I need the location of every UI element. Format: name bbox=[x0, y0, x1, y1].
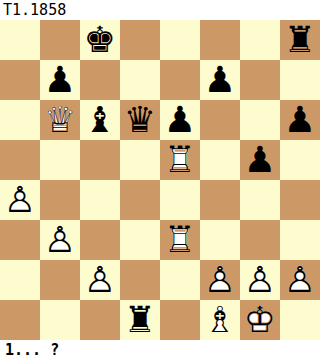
square-a1[interactable] bbox=[0, 300, 40, 340]
piece-black-king: ♚ bbox=[80, 20, 120, 60]
piece-white-queen: ♛ bbox=[40, 100, 80, 140]
square-g1[interactable]: ♚♔ bbox=[240, 300, 280, 340]
piece-white-king-outline: ♔ bbox=[240, 300, 280, 340]
square-e1[interactable] bbox=[160, 300, 200, 340]
square-b7[interactable]: ♟ bbox=[40, 60, 80, 100]
piece-white-pawn-outline: ♙ bbox=[0, 180, 40, 220]
square-f5[interactable] bbox=[200, 140, 240, 180]
piece-black-queen: ♛ bbox=[120, 100, 160, 140]
footer-bar: 1... ? bbox=[0, 340, 320, 360]
square-a8[interactable] bbox=[0, 20, 40, 60]
piece-white-pawn: ♟ bbox=[80, 260, 120, 300]
square-d7[interactable] bbox=[120, 60, 160, 100]
square-g2[interactable]: ♟♙ bbox=[240, 260, 280, 300]
piece-black-pawn: ♟ bbox=[240, 140, 280, 180]
piece-white-pawn: ♟ bbox=[0, 180, 40, 220]
square-b6[interactable]: ♛♕ bbox=[40, 100, 80, 140]
piece-white-pawn-outline: ♙ bbox=[280, 260, 320, 300]
square-d3[interactable] bbox=[120, 220, 160, 260]
square-b5[interactable] bbox=[40, 140, 80, 180]
square-h5[interactable] bbox=[280, 140, 320, 180]
square-a3[interactable] bbox=[0, 220, 40, 260]
square-h2[interactable]: ♟♙ bbox=[280, 260, 320, 300]
piece-white-queen-outline: ♕ bbox=[40, 100, 80, 140]
piece-white-pawn-outline: ♙ bbox=[80, 260, 120, 300]
square-b4[interactable] bbox=[40, 180, 80, 220]
piece-white-pawn-outline: ♙ bbox=[200, 260, 240, 300]
piece-black-pawn: ♟ bbox=[40, 60, 80, 100]
square-e2[interactable] bbox=[160, 260, 200, 300]
square-b3[interactable]: ♟♙ bbox=[40, 220, 80, 260]
square-h8[interactable]: ♜ bbox=[280, 20, 320, 60]
square-c8[interactable]: ♚ bbox=[80, 20, 120, 60]
square-a6[interactable] bbox=[0, 100, 40, 140]
square-e7[interactable] bbox=[160, 60, 200, 100]
square-g4[interactable] bbox=[240, 180, 280, 220]
square-d6[interactable]: ♛ bbox=[120, 100, 160, 140]
piece-black-rook: ♜ bbox=[120, 300, 160, 340]
square-f1[interactable]: ♝♗ bbox=[200, 300, 240, 340]
square-g3[interactable] bbox=[240, 220, 280, 260]
move-prompt: 1... ? bbox=[0, 340, 59, 360]
piece-black-pawn: ♟ bbox=[200, 60, 240, 100]
square-h1[interactable] bbox=[280, 300, 320, 340]
square-d8[interactable] bbox=[120, 20, 160, 60]
square-c2[interactable]: ♟♙ bbox=[80, 260, 120, 300]
square-f7[interactable]: ♟ bbox=[200, 60, 240, 100]
square-h3[interactable] bbox=[280, 220, 320, 260]
square-g6[interactable] bbox=[240, 100, 280, 140]
piece-white-bishop: ♝ bbox=[200, 300, 240, 340]
square-c7[interactable] bbox=[80, 60, 120, 100]
square-h4[interactable] bbox=[280, 180, 320, 220]
square-f4[interactable] bbox=[200, 180, 240, 220]
piece-white-pawn-outline: ♙ bbox=[40, 220, 80, 260]
square-d2[interactable] bbox=[120, 260, 160, 300]
piece-white-king: ♚ bbox=[240, 300, 280, 340]
piece-white-rook: ♜ bbox=[160, 220, 200, 260]
piece-white-rook-outline: ♖ bbox=[160, 220, 200, 260]
square-a2[interactable] bbox=[0, 260, 40, 300]
piece-white-pawn: ♟ bbox=[200, 260, 240, 300]
square-h6[interactable]: ♟ bbox=[280, 100, 320, 140]
square-c1[interactable] bbox=[80, 300, 120, 340]
square-h7[interactable] bbox=[280, 60, 320, 100]
piece-white-rook-outline: ♖ bbox=[160, 140, 200, 180]
square-g7[interactable] bbox=[240, 60, 280, 100]
square-g8[interactable] bbox=[240, 20, 280, 60]
piece-black-bishop: ♝ bbox=[80, 100, 120, 140]
square-e3[interactable]: ♜♖ bbox=[160, 220, 200, 260]
square-d5[interactable] bbox=[120, 140, 160, 180]
square-c4[interactable] bbox=[80, 180, 120, 220]
square-b2[interactable] bbox=[40, 260, 80, 300]
square-f3[interactable] bbox=[200, 220, 240, 260]
square-d1[interactable]: ♜ bbox=[120, 300, 160, 340]
header-bar: T1.1858 bbox=[0, 0, 320, 20]
piece-white-bishop-outline: ♗ bbox=[200, 300, 240, 340]
piece-white-pawn: ♟ bbox=[40, 220, 80, 260]
square-a5[interactable] bbox=[0, 140, 40, 180]
square-b8[interactable] bbox=[40, 20, 80, 60]
piece-white-pawn: ♟ bbox=[240, 260, 280, 300]
piece-black-pawn: ♟ bbox=[160, 100, 200, 140]
square-e8[interactable] bbox=[160, 20, 200, 60]
square-f2[interactable]: ♟♙ bbox=[200, 260, 240, 300]
square-a7[interactable] bbox=[0, 60, 40, 100]
square-f8[interactable] bbox=[200, 20, 240, 60]
piece-white-rook: ♜ bbox=[160, 140, 200, 180]
square-c3[interactable] bbox=[80, 220, 120, 260]
square-e4[interactable] bbox=[160, 180, 200, 220]
square-b1[interactable] bbox=[40, 300, 80, 340]
piece-white-pawn-outline: ♙ bbox=[240, 260, 280, 300]
puzzle-title: T1.1858 bbox=[0, 0, 66, 20]
square-e6[interactable]: ♟ bbox=[160, 100, 200, 140]
square-d4[interactable] bbox=[120, 180, 160, 220]
square-c5[interactable] bbox=[80, 140, 120, 180]
square-c6[interactable]: ♝ bbox=[80, 100, 120, 140]
square-a4[interactable]: ♟♙ bbox=[0, 180, 40, 220]
square-g5[interactable]: ♟ bbox=[240, 140, 280, 180]
piece-black-pawn: ♟ bbox=[280, 100, 320, 140]
square-f6[interactable] bbox=[200, 100, 240, 140]
piece-white-pawn: ♟ bbox=[280, 260, 320, 300]
piece-black-rook: ♜ bbox=[280, 20, 320, 60]
chess-board: ♚♜♟♟♛♕♝♛♟♟♜♖♟♟♙♟♙♜♖♟♙♟♙♟♙♟♙♜♝♗♚♔ bbox=[0, 20, 320, 340]
square-e5[interactable]: ♜♖ bbox=[160, 140, 200, 180]
